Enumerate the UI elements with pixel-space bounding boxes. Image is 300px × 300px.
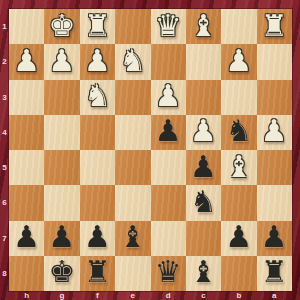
square-a3[interactable] [257, 80, 292, 115]
file-label-f: f [80, 291, 115, 300]
black-knight[interactable]: ♞ [225, 116, 252, 146]
square-c5[interactable]: ♟ [186, 150, 221, 185]
white-pawn[interactable]: ♟ [13, 46, 40, 76]
square-h7[interactable]: ♟ [9, 221, 44, 256]
square-a5[interactable] [257, 150, 292, 185]
file-label-a: a [257, 291, 292, 300]
white-knight[interactable]: ♞ [84, 81, 111, 111]
square-d4[interactable]: ♟ [151, 115, 186, 150]
square-g1[interactable]: ♚ [44, 9, 79, 44]
square-g3[interactable] [44, 80, 79, 115]
square-b8[interactable] [221, 256, 256, 291]
square-c6[interactable]: ♞ [186, 185, 221, 220]
square-e2[interactable]: ♞ [115, 44, 150, 79]
rank-labels: 12345678 [0, 9, 9, 291]
white-knight[interactable]: ♞ [119, 46, 146, 76]
square-e4[interactable] [115, 115, 150, 150]
black-pawn[interactable]: ♟ [49, 222, 76, 252]
black-rook[interactable]: ♜ [84, 257, 111, 287]
square-f2[interactable]: ♟ [80, 44, 115, 79]
square-h8[interactable] [9, 256, 44, 291]
square-e3[interactable] [115, 80, 150, 115]
square-h5[interactable] [9, 150, 44, 185]
file-label-g: g [44, 291, 79, 300]
file-label-d: d [151, 291, 186, 300]
black-rook[interactable]: ♜ [261, 257, 288, 287]
square-b2[interactable]: ♟ [221, 44, 256, 79]
square-a6[interactable] [257, 185, 292, 220]
rank-label-4: 4 [0, 115, 9, 150]
square-e7[interactable]: ♝ [115, 221, 150, 256]
black-pawn[interactable]: ♟ [84, 222, 111, 252]
white-pawn[interactable]: ♟ [155, 81, 182, 111]
square-d3[interactable]: ♟ [151, 80, 186, 115]
rank-label-6: 6 [0, 185, 9, 220]
white-pawn[interactable]: ♟ [84, 46, 111, 76]
white-pawn[interactable]: ♟ [225, 46, 252, 76]
white-pawn[interactable]: ♟ [261, 116, 288, 146]
file-label-b: b [221, 291, 256, 300]
square-f7[interactable]: ♟ [80, 221, 115, 256]
rank-label-3: 3 [0, 80, 9, 115]
square-c7[interactable] [186, 221, 221, 256]
square-c3[interactable] [186, 80, 221, 115]
square-a1[interactable]: ♜ [257, 9, 292, 44]
chess-board: ♚♜♛♝♜♟♟♟♞♟♞♟♟♟♞♟♟♝♞♟♟♟♝♟♟♚♜♛♝♜ [9, 9, 292, 291]
square-c8[interactable]: ♝ [186, 256, 221, 291]
square-f8[interactable]: ♜ [80, 256, 115, 291]
rank-label-1: 1 [0, 9, 9, 44]
white-rook[interactable]: ♜ [261, 11, 288, 41]
square-d7[interactable] [151, 221, 186, 256]
file-label-h: h [9, 291, 44, 300]
square-a4[interactable]: ♟ [257, 115, 292, 150]
square-b6[interactable] [221, 185, 256, 220]
white-queen[interactable]: ♛ [155, 11, 182, 41]
black-pawn[interactable]: ♟ [13, 222, 40, 252]
black-pawn[interactable]: ♟ [225, 222, 252, 252]
square-c1[interactable]: ♝ [186, 9, 221, 44]
square-a2[interactable] [257, 44, 292, 79]
square-e8[interactable] [115, 256, 150, 291]
file-label-c: c [186, 291, 221, 300]
square-d6[interactable] [151, 185, 186, 220]
rank-label-2: 2 [0, 44, 9, 79]
black-queen[interactable]: ♛ [155, 257, 182, 287]
square-d1[interactable]: ♛ [151, 9, 186, 44]
white-bishop[interactable]: ♝ [225, 152, 252, 182]
black-pawn[interactable]: ♟ [261, 222, 288, 252]
square-g6[interactable] [44, 185, 79, 220]
square-f6[interactable] [80, 185, 115, 220]
square-h4[interactable] [9, 115, 44, 150]
white-rook[interactable]: ♜ [84, 11, 111, 41]
square-e6[interactable] [115, 185, 150, 220]
white-bishop[interactable]: ♝ [190, 11, 217, 41]
square-h6[interactable] [9, 185, 44, 220]
chess-board-frame: 12345678 ♚♜♛♝♜♟♟♟♞♟♞♟♟♟♞♟♟♝♞♟♟♟♝♟♟♚♜♛♝♜ … [0, 0, 300, 300]
square-d8[interactable]: ♛ [151, 256, 186, 291]
square-g8[interactable]: ♚ [44, 256, 79, 291]
square-e5[interactable] [115, 150, 150, 185]
file-label-e: e [115, 291, 150, 300]
square-g2[interactable]: ♟ [44, 44, 79, 79]
black-king[interactable]: ♚ [49, 257, 76, 287]
rank-label-5: 5 [0, 150, 9, 185]
square-b7[interactable]: ♟ [221, 221, 256, 256]
square-b4[interactable]: ♞ [221, 115, 256, 150]
square-a8[interactable]: ♜ [257, 256, 292, 291]
square-b5[interactable]: ♝ [221, 150, 256, 185]
black-pawn[interactable]: ♟ [190, 152, 217, 182]
square-h2[interactable]: ♟ [9, 44, 44, 79]
white-pawn[interactable]: ♟ [49, 46, 76, 76]
rank-label-7: 7 [0, 221, 9, 256]
square-g7[interactable]: ♟ [44, 221, 79, 256]
black-bishop[interactable]: ♝ [119, 222, 146, 252]
square-c4[interactable]: ♟ [186, 115, 221, 150]
square-g4[interactable] [44, 115, 79, 150]
white-pawn[interactable]: ♟ [190, 116, 217, 146]
square-g5[interactable] [44, 150, 79, 185]
square-f3[interactable]: ♞ [80, 80, 115, 115]
square-f5[interactable] [80, 150, 115, 185]
square-a7[interactable]: ♟ [257, 221, 292, 256]
white-king[interactable]: ♚ [49, 11, 76, 41]
square-f4[interactable] [80, 115, 115, 150]
square-e1[interactable] [115, 9, 150, 44]
square-b3[interactable] [221, 80, 256, 115]
square-d5[interactable] [151, 150, 186, 185]
square-d2[interactable] [151, 44, 186, 79]
square-h3[interactable] [9, 80, 44, 115]
square-b1[interactable] [221, 9, 256, 44]
square-c2[interactable] [186, 44, 221, 79]
file-labels: hgfedcba [9, 291, 292, 300]
black-bishop[interactable]: ♝ [190, 257, 217, 287]
square-f1[interactable]: ♜ [80, 9, 115, 44]
square-h1[interactable] [9, 9, 44, 44]
rank-label-8: 8 [0, 256, 9, 291]
black-knight[interactable]: ♞ [190, 187, 217, 217]
black-pawn[interactable]: ♟ [155, 116, 182, 146]
